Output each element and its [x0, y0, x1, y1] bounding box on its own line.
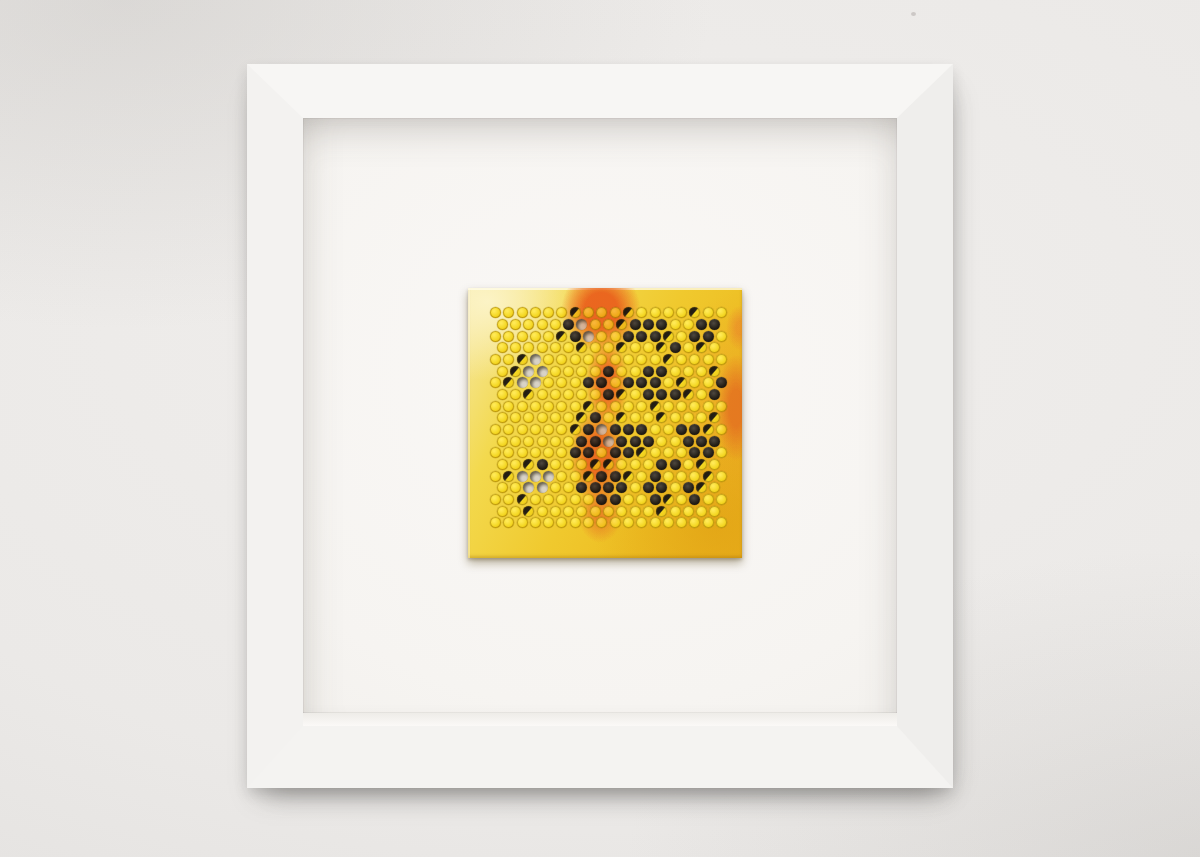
yellow-dot	[497, 342, 508, 353]
yellow-dot	[570, 494, 581, 505]
black-dot	[689, 424, 700, 435]
black-dot	[643, 482, 654, 493]
yellow-dot	[490, 354, 501, 365]
yellow-dot	[670, 506, 681, 517]
yellow-dot	[676, 307, 687, 318]
black-dot	[709, 389, 720, 400]
half-dark-dot	[503, 377, 514, 388]
half-dark-dot	[676, 377, 687, 388]
yellow-dot	[689, 471, 700, 482]
yellow-dot	[490, 471, 501, 482]
yellow-dot	[523, 412, 534, 423]
grid-row	[497, 319, 732, 331]
black-dot	[656, 482, 667, 493]
yellow-dot	[537, 412, 548, 423]
yellow-dot	[556, 424, 567, 435]
artwork-panel	[468, 288, 742, 558]
yellow-dot	[537, 342, 548, 353]
yellow-dot	[610, 307, 621, 318]
yellow-dot	[563, 389, 574, 400]
yellow-dot	[616, 506, 627, 517]
yellow-dot	[643, 342, 654, 353]
grid-row	[490, 517, 732, 529]
empty-hole	[576, 319, 587, 330]
yellow-dot	[630, 459, 641, 470]
yellow-dot	[696, 412, 707, 423]
yellow-dot	[543, 424, 554, 435]
yellow-dot	[670, 436, 681, 447]
black-dot	[616, 482, 627, 493]
half-dark-dot	[570, 307, 581, 318]
dot-grid	[490, 307, 732, 529]
yellow-dot	[603, 342, 614, 353]
half-dark-dot	[583, 471, 594, 482]
half-dark-dot	[616, 342, 627, 353]
half-dark-dot	[523, 506, 534, 517]
yellow-dot	[530, 494, 541, 505]
half-dark-dot	[570, 424, 581, 435]
grid-row	[490, 377, 732, 389]
yellow-dot	[616, 459, 627, 470]
black-dot	[590, 412, 601, 423]
half-dark-dot	[510, 366, 521, 377]
yellow-dot	[656, 436, 667, 447]
half-dark-dot	[616, 389, 627, 400]
yellow-dot	[716, 447, 727, 458]
yellow-dot	[663, 401, 674, 412]
half-dark-dot	[703, 471, 714, 482]
yellow-dot	[716, 517, 727, 528]
yellow-dot	[537, 506, 548, 517]
yellow-dot	[510, 342, 521, 353]
yellow-dot	[517, 424, 528, 435]
yellow-dot	[490, 424, 501, 435]
yellow-dot	[570, 517, 581, 528]
yellow-dot	[563, 436, 574, 447]
yellow-dot	[550, 506, 561, 517]
yellow-dot	[716, 354, 727, 365]
yellow-dot	[596, 401, 607, 412]
black-dot	[623, 377, 634, 388]
yellow-dot	[550, 342, 561, 353]
shadow-box-frame	[247, 64, 953, 788]
yellow-dot	[517, 447, 528, 458]
yellow-dot	[556, 401, 567, 412]
yellow-dot	[537, 436, 548, 447]
black-dot	[683, 436, 694, 447]
half-dark-dot	[656, 506, 667, 517]
yellow-dot	[689, 401, 700, 412]
yellow-dot	[543, 331, 554, 342]
black-dot	[537, 459, 548, 470]
yellow-dot	[590, 506, 601, 517]
black-dot	[636, 377, 647, 388]
half-dark-dot	[603, 459, 614, 470]
black-dot	[570, 331, 581, 342]
yellow-dot	[683, 459, 694, 470]
half-dark-dot	[616, 412, 627, 423]
black-dot	[716, 377, 727, 388]
yellow-dot	[630, 342, 641, 353]
half-dark-dot	[623, 471, 634, 482]
yellow-dot	[696, 506, 707, 517]
half-dark-dot	[590, 459, 601, 470]
black-dot	[610, 424, 621, 435]
grid-row	[497, 459, 732, 471]
yellow-dot	[503, 494, 514, 505]
yellow-dot	[630, 412, 641, 423]
yellow-dot	[716, 424, 727, 435]
empty-hole	[537, 366, 548, 377]
yellow-dot	[630, 482, 641, 493]
yellow-dot	[550, 412, 561, 423]
yellow-dot	[636, 494, 647, 505]
half-dark-dot	[689, 307, 700, 318]
black-dot	[570, 447, 581, 458]
yellow-dot	[603, 319, 614, 330]
yellow-dot	[583, 494, 594, 505]
empty-hole	[537, 482, 548, 493]
yellow-dot	[530, 307, 541, 318]
yellow-dot	[537, 319, 548, 330]
yellow-dot	[663, 377, 674, 388]
empty-hole	[543, 471, 554, 482]
yellow-dot	[543, 494, 554, 505]
yellow-dot	[683, 506, 694, 517]
yellow-dot	[563, 412, 574, 423]
yellow-dot	[570, 471, 581, 482]
wall-speck	[911, 12, 916, 16]
yellow-dot	[636, 471, 647, 482]
half-dark-dot	[709, 366, 720, 377]
yellow-dot	[503, 447, 514, 458]
yellow-dot	[556, 377, 567, 388]
half-dark-dot	[623, 307, 634, 318]
yellow-dot	[716, 494, 727, 505]
empty-hole	[517, 471, 528, 482]
black-dot	[623, 424, 634, 435]
yellow-dot	[563, 482, 574, 493]
yellow-dot	[570, 377, 581, 388]
black-dot	[583, 447, 594, 458]
half-dark-dot	[503, 471, 514, 482]
black-dot	[643, 319, 654, 330]
black-dot	[636, 331, 647, 342]
half-dark-dot	[696, 342, 707, 353]
half-dark-dot	[663, 494, 674, 505]
yellow-dot	[497, 436, 508, 447]
yellow-dot	[630, 506, 641, 517]
empty-hole	[596, 424, 607, 435]
black-dot	[630, 319, 641, 330]
black-dot	[643, 366, 654, 377]
half-dark-dot	[616, 319, 627, 330]
black-dot	[676, 424, 687, 435]
yellow-dot	[523, 319, 534, 330]
yellow-dot	[716, 471, 727, 482]
black-dot	[656, 366, 667, 377]
yellow-dot	[523, 436, 534, 447]
yellow-dot	[703, 401, 714, 412]
grid-row	[497, 365, 732, 377]
yellow-dot	[503, 517, 514, 528]
half-dark-dot	[683, 389, 694, 400]
empty-hole	[523, 366, 534, 377]
black-dot	[610, 471, 621, 482]
empty-hole	[523, 482, 534, 493]
yellow-dot	[703, 307, 714, 318]
black-dot	[696, 319, 707, 330]
yellow-dot	[503, 424, 514, 435]
yellow-dot	[676, 331, 687, 342]
grid-row	[490, 494, 732, 506]
half-dark-dot	[663, 354, 674, 365]
yellow-dot	[550, 436, 561, 447]
yellow-dot	[676, 354, 687, 365]
grid-row	[497, 435, 732, 447]
yellow-dot	[663, 517, 674, 528]
yellow-dot	[670, 412, 681, 423]
yellow-dot	[530, 401, 541, 412]
black-dot	[650, 471, 661, 482]
black-dot	[689, 447, 700, 458]
yellow-dot	[576, 506, 587, 517]
yellow-dot	[596, 307, 607, 318]
yellow-dot	[503, 331, 514, 342]
black-dot	[703, 331, 714, 342]
half-dark-dot	[517, 354, 528, 365]
yellow-dot	[643, 412, 654, 423]
yellow-dot	[623, 517, 634, 528]
yellow-dot	[517, 517, 528, 528]
yellow-dot	[550, 389, 561, 400]
half-dark-dot	[656, 342, 667, 353]
yellow-dot	[709, 342, 720, 353]
grid-row	[497, 389, 732, 401]
yellow-dot	[663, 307, 674, 318]
yellow-dot	[497, 389, 508, 400]
black-dot	[689, 494, 700, 505]
yellow-dot	[556, 517, 567, 528]
black-dot	[650, 331, 661, 342]
black-dot	[689, 331, 700, 342]
yellow-dot	[497, 482, 508, 493]
black-dot	[670, 342, 681, 353]
yellow-dot	[683, 319, 694, 330]
yellow-dot	[497, 459, 508, 470]
black-dot	[643, 389, 654, 400]
yellow-dot	[530, 424, 541, 435]
yellow-dot	[670, 319, 681, 330]
yellow-dot	[636, 401, 647, 412]
yellow-dot	[530, 447, 541, 458]
yellow-dot	[663, 471, 674, 482]
yellow-dot	[556, 447, 567, 458]
yellow-dot	[543, 401, 554, 412]
yellow-dot	[550, 482, 561, 493]
half-dark-dot	[523, 389, 534, 400]
yellow-dot	[590, 319, 601, 330]
wall-background	[0, 0, 1200, 857]
half-dark-dot	[696, 482, 707, 493]
yellow-dot	[616, 366, 627, 377]
yellow-dot	[523, 342, 534, 353]
yellow-dot	[709, 459, 720, 470]
yellow-dot	[703, 494, 714, 505]
half-dark-dot	[576, 342, 587, 353]
yellow-dot	[490, 517, 501, 528]
black-dot	[583, 424, 594, 435]
yellow-dot	[556, 354, 567, 365]
yellow-dot	[543, 354, 554, 365]
yellow-dot	[643, 506, 654, 517]
yellow-dot	[490, 331, 501, 342]
black-dot	[670, 459, 681, 470]
half-dark-dot	[636, 447, 647, 458]
black-dot	[590, 482, 601, 493]
grid-row	[490, 447, 732, 459]
half-dark-dot	[656, 412, 667, 423]
black-dot	[656, 319, 667, 330]
yellow-dot	[676, 494, 687, 505]
yellow-dot	[510, 506, 521, 517]
black-dot	[623, 447, 634, 458]
yellow-dot	[563, 366, 574, 377]
yellow-dot	[490, 307, 501, 318]
black-dot	[696, 436, 707, 447]
yellow-dot	[703, 354, 714, 365]
empty-hole	[583, 331, 594, 342]
black-dot	[650, 494, 661, 505]
black-dot	[583, 377, 594, 388]
yellow-dot	[517, 401, 528, 412]
yellow-dot	[663, 424, 674, 435]
yellow-dot	[650, 354, 661, 365]
grid-row	[490, 307, 732, 319]
half-dark-dot	[663, 331, 674, 342]
yellow-dot	[576, 459, 587, 470]
yellow-dot	[497, 319, 508, 330]
black-dot	[603, 482, 614, 493]
yellow-dot	[497, 506, 508, 517]
yellow-dot	[596, 331, 607, 342]
yellow-dot	[543, 447, 554, 458]
half-dark-dot	[650, 401, 661, 412]
grid-row	[490, 400, 732, 412]
yellow-dot	[676, 517, 687, 528]
yellow-dot	[703, 377, 714, 388]
half-dark-dot	[556, 331, 567, 342]
yellow-dot	[663, 447, 674, 458]
yellow-dot	[603, 412, 614, 423]
grid-row	[490, 424, 732, 436]
yellow-dot	[563, 342, 574, 353]
yellow-dot	[550, 366, 561, 377]
yellow-dot	[709, 506, 720, 517]
yellow-dot	[610, 377, 621, 388]
yellow-dot	[583, 354, 594, 365]
yellow-dot	[503, 401, 514, 412]
half-dark-dot	[576, 412, 587, 423]
yellow-dot	[636, 307, 647, 318]
yellow-dot	[503, 354, 514, 365]
black-dot	[630, 436, 641, 447]
black-dot	[576, 436, 587, 447]
yellow-dot	[563, 506, 574, 517]
yellow-dot	[703, 517, 714, 528]
half-dark-dot	[709, 412, 720, 423]
black-dot	[596, 471, 607, 482]
yellow-dot	[623, 401, 634, 412]
yellow-dot	[503, 307, 514, 318]
grid-row	[497, 412, 732, 424]
yellow-dot	[603, 506, 614, 517]
black-dot	[709, 319, 720, 330]
yellow-dot	[596, 447, 607, 458]
yellow-dot	[636, 517, 647, 528]
yellow-dot	[537, 389, 548, 400]
yellow-dot	[689, 354, 700, 365]
half-dark-dot	[523, 459, 534, 470]
yellow-dot	[709, 482, 720, 493]
black-dot	[636, 424, 647, 435]
black-dot	[576, 482, 587, 493]
empty-hole	[517, 377, 528, 388]
yellow-dot	[510, 459, 521, 470]
yellow-dot	[650, 424, 661, 435]
yellow-dot	[556, 471, 567, 482]
yellow-dot	[530, 331, 541, 342]
yellow-dot	[696, 389, 707, 400]
black-dot	[596, 494, 607, 505]
grid-row	[490, 470, 732, 482]
yellow-dot	[610, 517, 621, 528]
yellow-dot	[630, 389, 641, 400]
yellow-dot	[583, 517, 594, 528]
black-dot	[643, 436, 654, 447]
yellow-dot	[630, 366, 641, 377]
black-dot	[610, 494, 621, 505]
yellow-dot	[510, 482, 521, 493]
yellow-dot	[689, 517, 700, 528]
yellow-dot	[517, 331, 528, 342]
empty-hole	[603, 436, 614, 447]
yellow-dot	[530, 517, 541, 528]
yellow-dot	[570, 354, 581, 365]
grid-row	[497, 505, 732, 517]
empty-hole	[530, 471, 541, 482]
black-dot	[623, 331, 634, 342]
yellow-dot	[643, 459, 654, 470]
yellow-dot	[610, 401, 621, 412]
yellow-dot	[650, 307, 661, 318]
yellow-dot	[510, 412, 521, 423]
black-dot	[656, 389, 667, 400]
grid-row	[497, 342, 732, 354]
black-dot	[603, 389, 614, 400]
yellow-dot	[550, 319, 561, 330]
yellow-dot	[676, 471, 687, 482]
grid-row	[490, 330, 732, 342]
yellow-dot	[716, 331, 727, 342]
yellow-dot	[676, 401, 687, 412]
yellow-dot	[490, 377, 501, 388]
yellow-dot	[490, 447, 501, 458]
yellow-dot	[576, 366, 587, 377]
yellow-dot	[610, 331, 621, 342]
black-dot	[656, 459, 667, 470]
yellow-dot	[596, 354, 607, 365]
